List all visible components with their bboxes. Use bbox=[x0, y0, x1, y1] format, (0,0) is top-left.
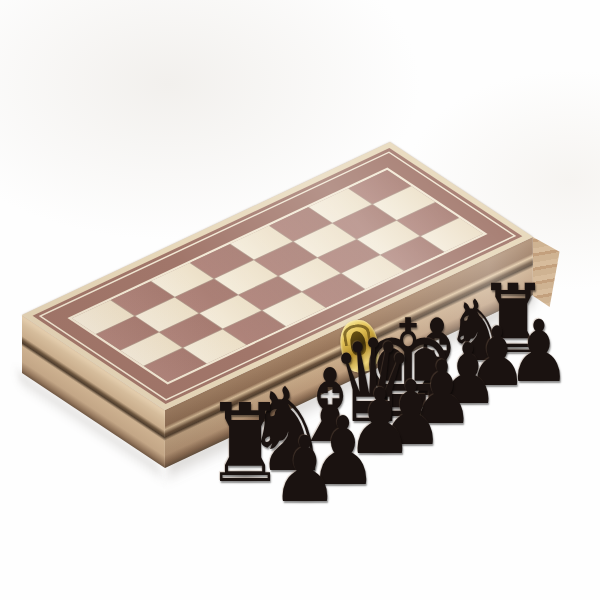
product-photo-scene: ♜♞♟♝♟♛♟♚♟♝♟♞♟♜♟♟ bbox=[0, 0, 600, 600]
piece-black-pawn: ♟ bbox=[272, 425, 339, 516]
